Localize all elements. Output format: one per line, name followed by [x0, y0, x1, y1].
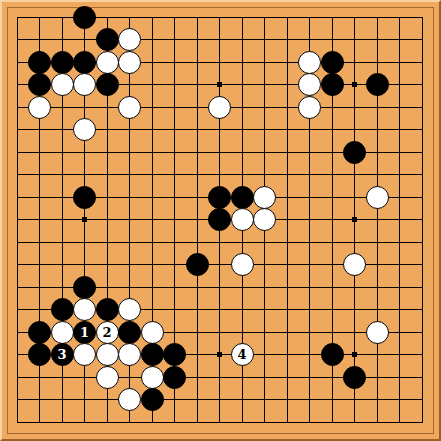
black-stone [321, 343, 344, 366]
black-stone [141, 388, 164, 411]
star-point [352, 217, 357, 222]
white-stone [28, 96, 51, 119]
white-stone [208, 96, 231, 119]
grid-line-vertical [287, 17, 288, 423]
black-stone [321, 51, 344, 74]
black-stone [321, 73, 344, 96]
white-stone-move-4: 4 [231, 343, 254, 366]
go-board[interactable]: 1234 [7, 7, 434, 434]
white-stone [343, 253, 366, 276]
white-stone [118, 298, 141, 321]
white-stone [96, 51, 119, 74]
white-stone [253, 186, 276, 209]
black-stone [208, 186, 231, 209]
white-stone [51, 321, 74, 344]
white-stone [118, 343, 141, 366]
black-stone [96, 298, 119, 321]
white-stone [298, 96, 321, 119]
grid-line-horizontal [17, 242, 423, 243]
black-stone [343, 141, 366, 164]
star-point [217, 352, 222, 357]
star-point [82, 217, 87, 222]
white-stone [118, 96, 141, 119]
black-stone [28, 51, 51, 74]
white-stone [73, 118, 96, 141]
go-board-frame: 1234 [0, 0, 441, 441]
black-stone [73, 186, 96, 209]
grid-line-horizontal [17, 399, 423, 400]
black-stone [118, 321, 141, 344]
black-stone [366, 73, 389, 96]
star-point [352, 352, 357, 357]
white-stone [73, 73, 96, 96]
black-stone [73, 51, 96, 74]
black-stone [208, 208, 231, 231]
white-stone [366, 186, 389, 209]
white-stone [298, 51, 321, 74]
white-stone [96, 366, 119, 389]
star-point [217, 82, 222, 87]
white-stone [253, 208, 276, 231]
black-stone-move-3: 3 [51, 343, 74, 366]
grid-line-vertical [399, 17, 400, 423]
black-stone [343, 366, 366, 389]
white-stone [73, 343, 96, 366]
black-stone [163, 366, 186, 389]
black-stone [28, 73, 51, 96]
grid-line-vertical [422, 17, 423, 423]
white-stone [231, 208, 254, 231]
white-stone [141, 366, 164, 389]
black-stone [163, 343, 186, 366]
white-stone [298, 73, 321, 96]
black-stone [73, 6, 96, 29]
black-stone [73, 276, 96, 299]
white-stone [118, 28, 141, 51]
black-stone-move-1: 1 [73, 321, 96, 344]
white-stone [231, 253, 254, 276]
black-stone [28, 321, 51, 344]
white-stone [51, 73, 74, 96]
black-stone [186, 253, 209, 276]
star-point [352, 82, 357, 87]
white-stone [141, 321, 164, 344]
white-stone [96, 343, 119, 366]
black-stone [231, 186, 254, 209]
black-stone [51, 298, 74, 321]
white-stone [73, 298, 96, 321]
black-stone [51, 51, 74, 74]
black-stone [96, 28, 119, 51]
grid-line-horizontal [17, 422, 423, 423]
white-stone [118, 388, 141, 411]
white-stone [366, 321, 389, 344]
black-stone [28, 343, 51, 366]
white-stone [118, 51, 141, 74]
black-stone [96, 73, 119, 96]
white-stone-move-2: 2 [96, 321, 119, 344]
black-stone [141, 343, 164, 366]
